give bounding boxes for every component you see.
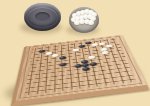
white-stone[interactable]: [45, 51, 51, 55]
black-stone[interactable]: [78, 45, 85, 48]
hoshi-point: [96, 50, 98, 51]
hoshi-point: [76, 62, 78, 63]
white-stone[interactable]: [52, 54, 59, 58]
white-stone[interactable]: [92, 43, 99, 46]
white-stone[interactable]: [87, 55, 94, 59]
scene: [0, 0, 150, 106]
black-stone[interactable]: [89, 62, 97, 66]
white-stone[interactable]: [106, 44, 113, 47]
dark-bowl-lid[interactable]: [24, 3, 61, 31]
white-stone[interactable]: [101, 51, 109, 55]
bowl-stones: [71, 9, 97, 29]
black-stone[interactable]: [59, 56, 66, 60]
white-stone[interactable]: [98, 42, 105, 45]
go-grid[interactable]: [25, 38, 137, 95]
black-stone[interactable]: [39, 49, 45, 52]
board-surface[interactable]: [11, 35, 149, 106]
black-stone[interactable]: [59, 62, 66, 66]
white-stone-bowl[interactable]: [69, 7, 99, 33]
white-stone[interactable]: [72, 48, 79, 51]
black-stone[interactable]: [82, 67, 90, 71]
hoshi-point: [54, 76, 56, 77]
hoshi-point: [101, 70, 103, 71]
black-stone[interactable]: [85, 41, 92, 44]
black-stone[interactable]: [74, 64, 81, 68]
bowl-white-stone: [88, 20, 94, 25]
